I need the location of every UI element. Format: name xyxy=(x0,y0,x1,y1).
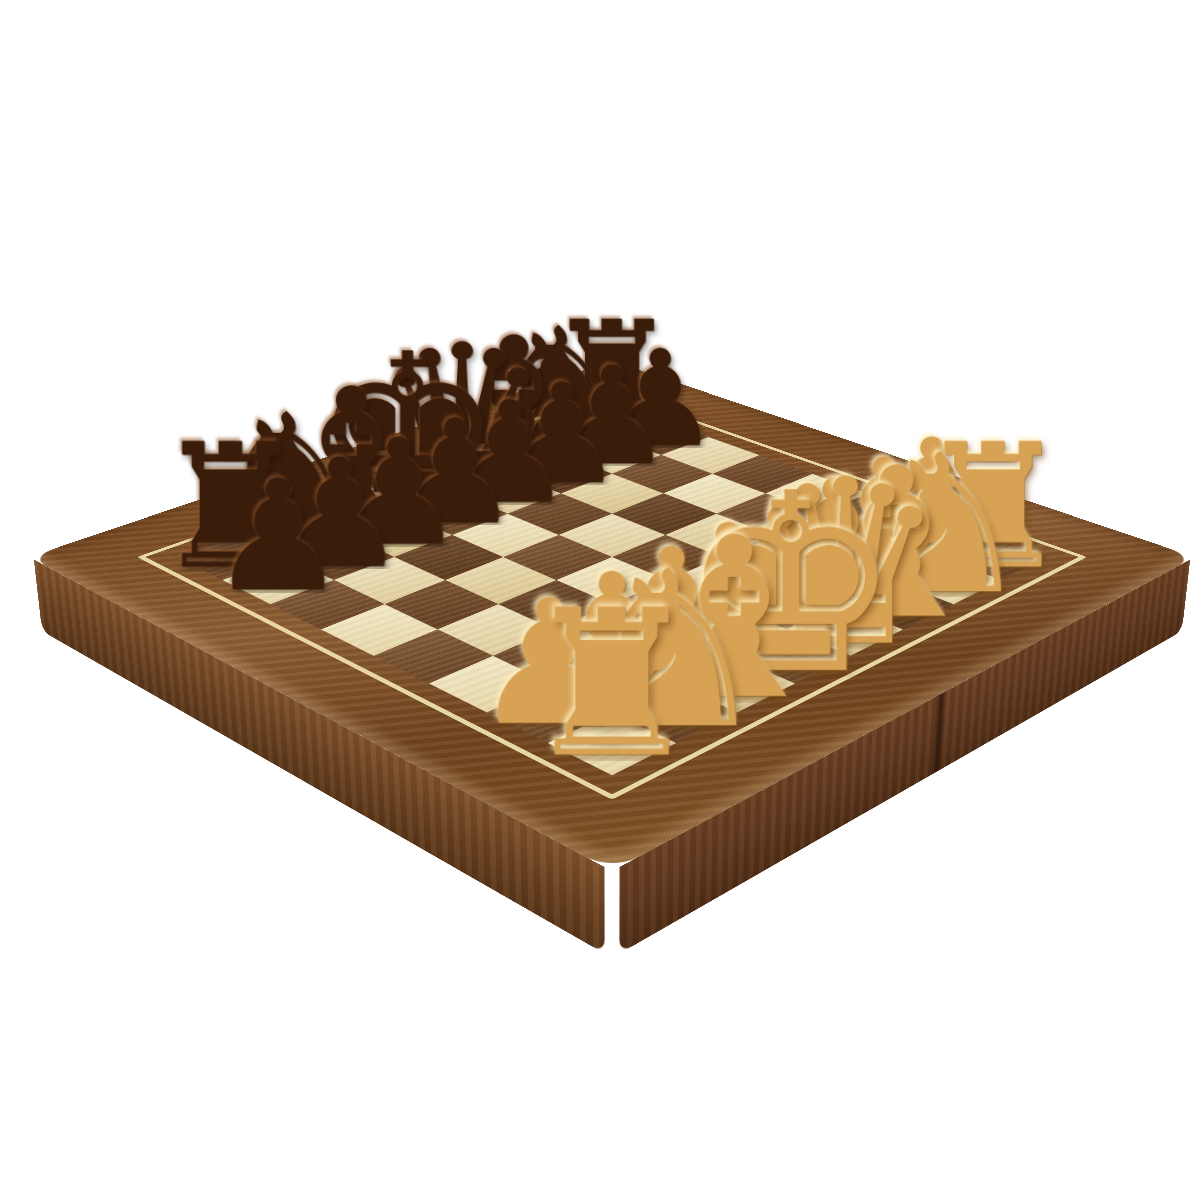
product-photo-scene: ♜♟♟♜♞♟♟♞♝♟♟♝♛♟♟♛♚♟♟♚♝♟♟♝♞♟♟♞♜♟♟♜ xyxy=(0,0,1200,1200)
board-top-face: ♜♟♟♜♞♟♟♞♝♟♟♝♛♟♟♛♚♟♟♚♝♟♟♝♞♟♟♞♜♟♟♜ xyxy=(29,361,1194,871)
fold-seam-line xyxy=(931,691,946,775)
chessboard-3d: ♜♟♟♜♞♟♟♞♝♟♟♝♛♟♟♛♚♟♟♚♝♟♟♝♞♟♟♞♜♟♟♜ xyxy=(29,361,1194,871)
